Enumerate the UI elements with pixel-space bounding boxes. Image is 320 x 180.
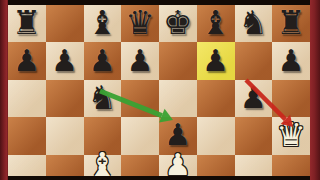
square-c4[interactable]: ♝ <box>84 155 122 176</box>
square-f8[interactable]: ♝ <box>197 5 235 42</box>
chess-board: ♜♝♛♚♝♞♜♟♟♟♟♟♟♞♟♟♛♝♟ <box>8 5 310 176</box>
square-g5[interactable] <box>235 117 273 154</box>
piece-black-pawn: ♟ <box>278 42 305 79</box>
square-h8[interactable]: ♜ <box>272 5 310 42</box>
square-e7[interactable] <box>159 42 197 79</box>
piece-black-pawn: ♟ <box>240 79 267 116</box>
square-e4[interactable]: ♟ <box>159 155 197 176</box>
square-h7[interactable]: ♟ <box>272 42 310 79</box>
square-f7[interactable]: ♟ <box>197 42 235 79</box>
square-g7[interactable] <box>235 42 273 79</box>
piece-black-pawn: ♟ <box>127 42 154 79</box>
piece-white-bishop: ♝ <box>88 146 118 176</box>
piece-white-queen: ♛ <box>276 116 306 153</box>
square-f6[interactable] <box>197 80 235 117</box>
square-g8[interactable]: ♞ <box>235 5 273 42</box>
square-d4[interactable] <box>121 155 159 176</box>
piece-black-knight: ♞ <box>239 5 269 41</box>
square-c8[interactable]: ♝ <box>84 5 122 42</box>
piece-black-queen: ♛ <box>125 5 155 41</box>
square-g6[interactable]: ♟ <box>235 80 273 117</box>
piece-black-rook: ♜ <box>276 5 306 41</box>
square-a7[interactable]: ♟ <box>8 42 46 79</box>
letterbox-bottom <box>8 176 310 180</box>
square-d8[interactable]: ♛ <box>121 5 159 42</box>
square-d7[interactable]: ♟ <box>121 42 159 79</box>
square-e6[interactable] <box>159 80 197 117</box>
square-a5[interactable] <box>8 117 46 154</box>
square-a6[interactable] <box>8 80 46 117</box>
piece-black-knight: ♞ <box>88 79 118 116</box>
square-f5[interactable] <box>197 117 235 154</box>
square-c7[interactable]: ♟ <box>84 42 122 79</box>
square-a4[interactable] <box>8 155 46 176</box>
square-g4[interactable] <box>235 155 273 176</box>
square-b8[interactable] <box>46 5 84 42</box>
square-b5[interactable] <box>46 117 84 154</box>
piece-black-pawn: ♟ <box>202 42 229 79</box>
piece-black-pawn: ♟ <box>13 42 40 79</box>
square-h6[interactable] <box>272 80 310 117</box>
square-d6[interactable] <box>121 80 159 117</box>
piece-black-pawn: ♟ <box>89 42 116 79</box>
square-b4[interactable] <box>46 155 84 176</box>
piece-black-rook: ♜ <box>12 5 42 41</box>
piece-black-pawn: ♟ <box>51 42 78 79</box>
square-e8[interactable]: ♚ <box>159 5 197 42</box>
square-b6[interactable] <box>46 80 84 117</box>
piece-black-bishop: ♝ <box>201 5 231 41</box>
frame-border-left <box>0 0 8 180</box>
chess-thumbnail-frame: ♜♝♛♚♝♞♜♟♟♟♟♟♟♞♟♟♛♝♟ <box>0 0 320 180</box>
square-h4[interactable] <box>272 155 310 176</box>
square-a8[interactable]: ♜ <box>8 5 46 42</box>
square-d5[interactable] <box>121 117 159 154</box>
piece-black-bishop: ♝ <box>88 5 118 41</box>
square-b7[interactable]: ♟ <box>46 42 84 79</box>
letterbox-top <box>8 0 310 5</box>
piece-black-king: ♚ <box>163 5 193 41</box>
square-h5[interactable]: ♛ <box>272 117 310 154</box>
board-grid: ♜♝♛♚♝♞♜♟♟♟♟♟♟♞♟♟♛♝♟ <box>8 5 310 176</box>
square-f4[interactable] <box>197 155 235 176</box>
frame-border-right <box>310 0 320 180</box>
piece-white-pawn: ♟ <box>164 146 191 176</box>
square-c6[interactable]: ♞ <box>84 80 122 117</box>
